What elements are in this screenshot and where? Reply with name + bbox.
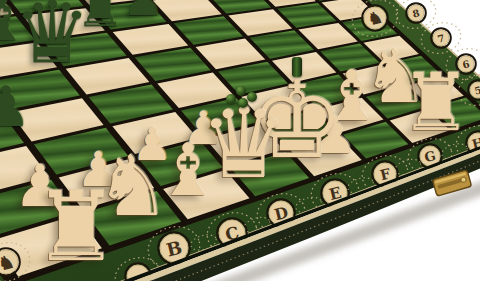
chess-set-photo: BCDEFGH8765♞♞ ♟♜♝♛♞♝♟♜♟♟♟♚♛♟♝♟♞♜ [0, 0, 480, 281]
green-pawn[interactable]: ♟ [0, 78, 34, 134]
rook-glyph: ♜ [28, 178, 124, 274]
white-rook[interactable]: ♜ [28, 178, 124, 274]
white-rook[interactable]: ♜ [396, 61, 476, 141]
green-queen[interactable]: ♛ [9, 0, 95, 74]
queen-glyph: ♛ [9, 0, 95, 74]
rook-glyph: ♜ [396, 61, 476, 141]
king-green-finial [292, 57, 302, 77]
pawn-glyph: ♟ [0, 78, 34, 134]
queen-green-balls [224, 86, 264, 108]
